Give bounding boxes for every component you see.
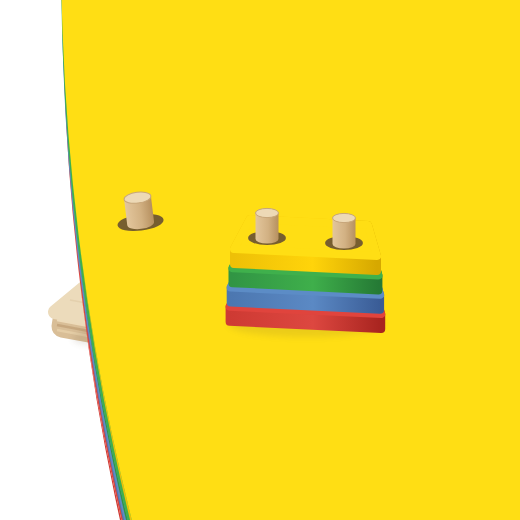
peg-top-cap [256, 208, 279, 217]
shape-sorter-svg [0, 0, 520, 520]
toy-photo [0, 0, 520, 520]
peg-top-cap [333, 213, 356, 222]
stack-rectangle [230, 208, 382, 329]
